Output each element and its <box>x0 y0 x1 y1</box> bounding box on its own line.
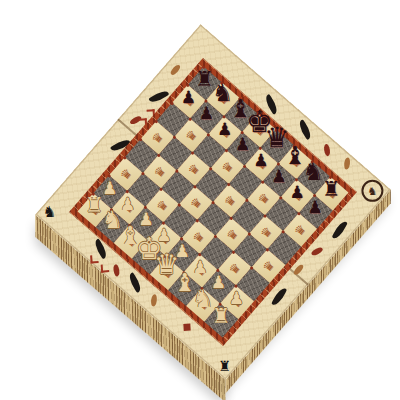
crown-motif: ♛ <box>154 198 170 214</box>
white-pawn-a2[interactable]: ♟ <box>229 290 244 307</box>
knight-in-circle-glyph: ♞ <box>367 185 377 196</box>
black-pawn-h7[interactable]: ♟ <box>181 89 196 106</box>
crown-motif: ♛ <box>222 193 238 209</box>
black-pawn-g7[interactable]: ♟ <box>199 105 214 122</box>
crown-motif: ♛ <box>258 224 274 240</box>
crown-motif: ♛ <box>260 258 276 274</box>
circled-knight-icon: ♞ <box>361 180 383 202</box>
crown-motif: ♛ <box>219 159 235 175</box>
crown-motif: ♛ <box>186 161 202 177</box>
red-diamond-ornament <box>183 323 190 330</box>
chess-board-box: ♞ ♜ ♞ ♜♛♞♝♛♚♛♛♝♞♛♜♛♟♟♛♟♟♛♟♟♛♟♟♛♛♛♛♛♛♛♛♛♛… <box>35 24 391 380</box>
crown-motif: ♛ <box>227 261 243 277</box>
crown-motif: ♛ <box>292 222 308 238</box>
black-pawn-e7[interactable]: ♟ <box>236 136 251 153</box>
knight-silhouette-icon: ♞ <box>43 205 56 220</box>
crown-motif: ♛ <box>118 166 134 182</box>
crown-motif: ♛ <box>190 229 206 245</box>
black-pawn-f7[interactable]: ♟ <box>218 121 233 138</box>
rook-silhouette-icon: ♜ <box>219 359 232 373</box>
crown-motif: ♛ <box>183 127 199 143</box>
white-pawn-h2[interactable]: ♟ <box>103 180 118 197</box>
crown-motif: ♛ <box>149 130 165 146</box>
white-knight-b1[interactable]: ♞ <box>192 287 214 311</box>
black-pawn-d7[interactable]: ♟ <box>254 152 269 169</box>
black-pawn-a7[interactable]: ♟ <box>308 199 323 216</box>
black-rook-a8[interactable]: ♜ <box>322 178 341 199</box>
crown-motif: ♛ <box>224 227 240 243</box>
white-rook-a1[interactable]: ♜ <box>212 305 231 326</box>
red-chevron-ornament <box>101 264 110 273</box>
crown-motif: ♛ <box>256 190 272 206</box>
black-pawn-b7[interactable]: ♟ <box>290 184 305 201</box>
black-knight-b8[interactable]: ♞ <box>303 160 325 184</box>
red-chevron-ornament <box>90 255 99 264</box>
crown-motif: ♛ <box>188 195 204 211</box>
black-pawn-c7[interactable]: ♟ <box>272 168 287 185</box>
crown-motif: ♛ <box>152 164 168 180</box>
chess-set-photo: ♞ ♜ ♞ ♜♛♞♝♛♚♛♛♝♞♛♜♛♟♟♛♟♟♛♟♟♛♟♟♛♛♛♛♛♛♛♛♛♛… <box>0 0 400 400</box>
